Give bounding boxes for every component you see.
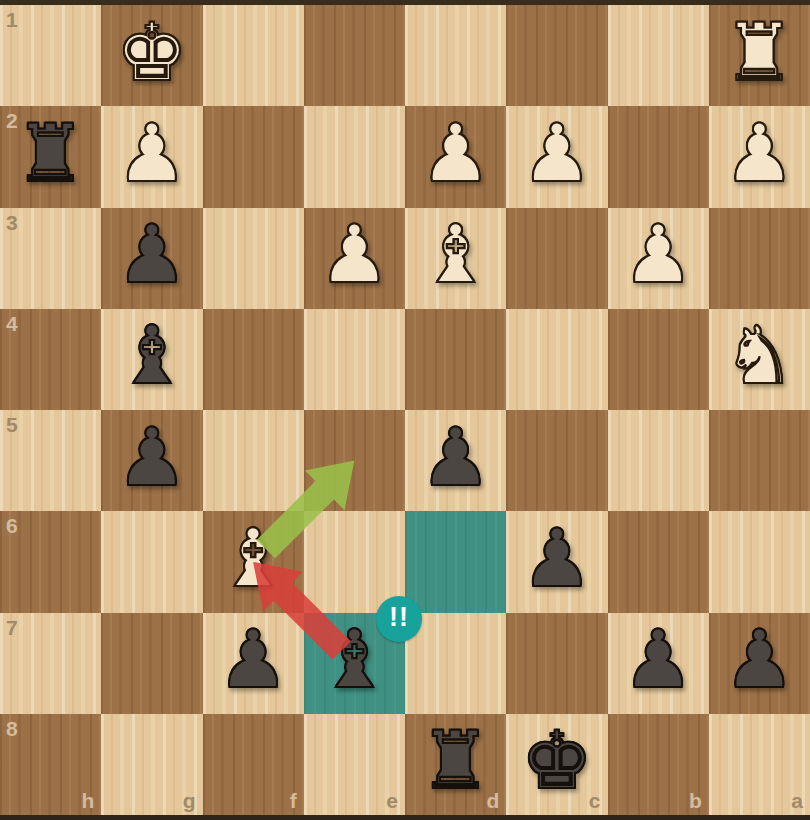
rank-label-7: 7 <box>6 616 18 640</box>
piece-black-pawn-b7[interactable]: ♟ <box>608 610 709 711</box>
square-b3[interactable]: ♟ <box>608 208 709 309</box>
square-f7[interactable]: ♟ <box>203 613 304 714</box>
square-c2[interactable]: ♟ <box>506 106 607 207</box>
piece-black-pawn-f7[interactable]: ♟ <box>203 610 304 711</box>
piece-black-pawn-c6[interactable]: ♟ <box>506 508 607 609</box>
square-f8[interactable]: f <box>203 714 304 815</box>
square-d3[interactable]: ♝ <box>405 208 506 309</box>
square-h8[interactable]: 8h <box>0 714 101 815</box>
piece-white-knight-a4[interactable]: ♞ <box>709 306 810 407</box>
brilliant-move-badge: !! <box>376 596 422 642</box>
piece-white-pawn-d2[interactable]: ♟ <box>405 103 506 204</box>
square-h2[interactable]: 2♜ <box>0 106 101 207</box>
piece-black-pawn-a7[interactable]: ♟ <box>709 610 810 711</box>
piece-white-pawn-c2[interactable]: ♟ <box>506 103 607 204</box>
square-g5[interactable]: ♟ <box>101 410 202 511</box>
square-c6[interactable]: ♟ <box>506 511 607 612</box>
square-h4[interactable]: 4 <box>0 309 101 410</box>
chessboard: 1♚♜2♜♟♟♟♟3♟♟♝♟4♝♞5♟♟6♝♟7♟♝♟♟8hgfed♜c♚ba … <box>0 0 810 820</box>
square-e3[interactable]: ♟ <box>304 208 405 309</box>
square-c1[interactable] <box>506 5 607 106</box>
square-e8[interactable]: e <box>304 714 405 815</box>
piece-white-pawn-e3[interactable]: ♟ <box>304 205 405 306</box>
piece-black-rook-h2[interactable]: ♜ <box>0 103 101 204</box>
square-g3[interactable]: ♟ <box>101 208 202 309</box>
rank-label-6: 6 <box>6 514 18 538</box>
square-h6[interactable]: 6 <box>0 511 101 612</box>
square-c8[interactable]: c♚ <box>506 714 607 815</box>
square-b6[interactable] <box>608 511 709 612</box>
square-c3[interactable] <box>506 208 607 309</box>
square-a7[interactable]: ♟ <box>709 613 810 714</box>
square-f5[interactable] <box>203 410 304 511</box>
square-a5[interactable] <box>709 410 810 511</box>
square-d8[interactable]: d♜ <box>405 714 506 815</box>
file-label-f: f <box>290 789 297 813</box>
board-grid: 1♚♜2♜♟♟♟♟3♟♟♝♟4♝♞5♟♟6♝♟7♟♝♟♟8hgfed♜c♚ba <box>0 5 810 815</box>
piece-black-pawn-d5[interactable]: ♟ <box>405 407 506 508</box>
file-label-g: g <box>183 789 196 813</box>
file-label-a: a <box>791 789 803 813</box>
piece-white-pawn-g2[interactable]: ♟ <box>101 103 202 204</box>
square-g6[interactable] <box>101 511 202 612</box>
file-label-h: h <box>81 789 94 813</box>
piece-white-pawn-a2[interactable]: ♟ <box>709 103 810 204</box>
square-h3[interactable]: 3 <box>0 208 101 309</box>
square-h7[interactable]: 7 <box>0 613 101 714</box>
square-c5[interactable] <box>506 410 607 511</box>
square-b8[interactable]: b <box>608 714 709 815</box>
rank-label-5: 5 <box>6 413 18 437</box>
square-d2[interactable]: ♟ <box>405 106 506 207</box>
square-g2[interactable]: ♟ <box>101 106 202 207</box>
square-d5[interactable]: ♟ <box>405 410 506 511</box>
square-f2[interactable] <box>203 106 304 207</box>
piece-black-pawn-g3[interactable]: ♟ <box>101 205 202 306</box>
piece-white-rook-a1[interactable]: ♜ <box>709 2 810 103</box>
square-a2[interactable]: ♟ <box>709 106 810 207</box>
square-e5[interactable] <box>304 410 405 511</box>
piece-white-king-g1[interactable]: ♚ <box>101 2 202 103</box>
square-e1[interactable] <box>304 5 405 106</box>
square-c7[interactable] <box>506 613 607 714</box>
piece-black-pawn-g5[interactable]: ♟ <box>101 407 202 508</box>
square-g1[interactable]: ♚ <box>101 5 202 106</box>
rank-label-1: 1 <box>6 8 18 32</box>
file-label-b: b <box>689 789 702 813</box>
square-a1[interactable]: ♜ <box>709 5 810 106</box>
rank-label-3: 3 <box>6 211 18 235</box>
square-h5[interactable]: 5 <box>0 410 101 511</box>
square-g8[interactable]: g <box>101 714 202 815</box>
square-g4[interactable]: ♝ <box>101 309 202 410</box>
piece-black-rook-d8[interactable]: ♜ <box>405 711 506 812</box>
square-b1[interactable] <box>608 5 709 106</box>
rank-label-8: 8 <box>6 717 18 741</box>
square-d6[interactable] <box>405 511 506 612</box>
square-e4[interactable] <box>304 309 405 410</box>
piece-white-pawn-b3[interactable]: ♟ <box>608 205 709 306</box>
square-d1[interactable] <box>405 5 506 106</box>
brilliant-move-symbol: !! <box>389 602 409 633</box>
board-bottom-border <box>0 815 810 820</box>
square-f3[interactable] <box>203 208 304 309</box>
piece-white-bishop-d3[interactable]: ♝ <box>405 205 506 306</box>
square-e2[interactable] <box>304 106 405 207</box>
piece-black-bishop-g4[interactable]: ♝ <box>101 306 202 407</box>
square-h1[interactable]: 1 <box>0 5 101 106</box>
square-b2[interactable] <box>608 106 709 207</box>
file-label-e: e <box>386 789 398 813</box>
square-a6[interactable] <box>709 511 810 612</box>
square-f1[interactable] <box>203 5 304 106</box>
square-d4[interactable] <box>405 309 506 410</box>
square-b5[interactable] <box>608 410 709 511</box>
square-a4[interactable]: ♞ <box>709 309 810 410</box>
square-a8[interactable]: a <box>709 714 810 815</box>
square-b7[interactable]: ♟ <box>608 613 709 714</box>
piece-black-king-c8[interactable]: ♚ <box>506 711 607 812</box>
piece-white-bishop-f6[interactable]: ♝ <box>203 508 304 609</box>
square-a3[interactable] <box>709 208 810 309</box>
square-g7[interactable] <box>101 613 202 714</box>
rank-label-4: 4 <box>6 312 18 336</box>
square-b4[interactable] <box>608 309 709 410</box>
square-f4[interactable] <box>203 309 304 410</box>
square-c4[interactable] <box>506 309 607 410</box>
square-f6[interactable]: ♝ <box>203 511 304 612</box>
